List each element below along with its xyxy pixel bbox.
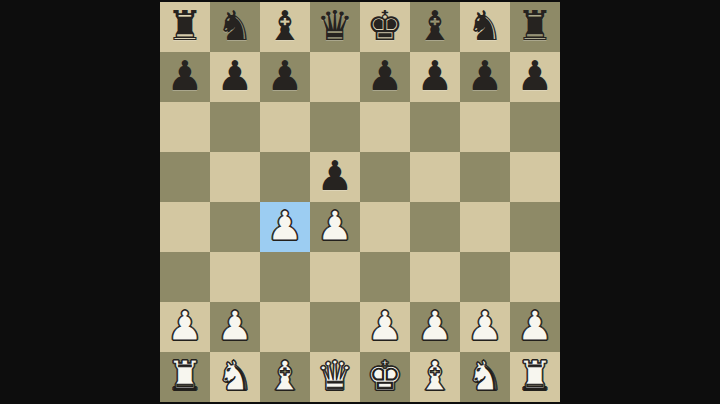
square-a4[interactable] [160, 202, 210, 252]
piece-white-pawn[interactable]: ♟ [217, 301, 254, 351]
page-background: ♜♞♝♛♚♝♞♜♟♟♟♟♟♟♟♟♟♟♟♟♟♟♟♟♜♞♝♛♚♝♞♜ [0, 0, 720, 404]
square-g8[interactable]: ♞ [460, 2, 510, 52]
square-d7[interactable] [310, 52, 360, 102]
square-e4[interactable] [360, 202, 410, 252]
square-c6[interactable] [260, 102, 310, 152]
square-c3[interactable] [260, 252, 310, 302]
piece-white-pawn[interactable]: ♟ [167, 301, 204, 351]
piece-black-bishop[interactable]: ♝ [417, 1, 454, 51]
piece-black-knight[interactable]: ♞ [467, 1, 504, 51]
piece-white-bishop[interactable]: ♝ [267, 351, 304, 401]
square-b6[interactable] [210, 102, 260, 152]
square-d8[interactable]: ♛ [310, 2, 360, 52]
piece-black-pawn[interactable]: ♟ [317, 151, 354, 201]
square-f4[interactable] [410, 202, 460, 252]
piece-white-bishop[interactable]: ♝ [417, 351, 454, 401]
piece-white-pawn[interactable]: ♟ [367, 301, 404, 351]
square-f2[interactable]: ♟ [410, 302, 460, 352]
piece-white-pawn[interactable]: ♟ [467, 301, 504, 351]
square-f7[interactable]: ♟ [410, 52, 460, 102]
square-d5[interactable]: ♟ [310, 152, 360, 202]
piece-white-pawn[interactable]: ♟ [517, 301, 554, 351]
square-g6[interactable] [460, 102, 510, 152]
square-c1[interactable]: ♝ [260, 352, 310, 402]
square-h3[interactable] [510, 252, 560, 302]
square-h6[interactable] [510, 102, 560, 152]
square-a2[interactable]: ♟ [160, 302, 210, 352]
piece-black-pawn[interactable]: ♟ [267, 51, 304, 101]
square-e6[interactable] [360, 102, 410, 152]
chess-board: ♜♞♝♛♚♝♞♜♟♟♟♟♟♟♟♟♟♟♟♟♟♟♟♟♜♞♝♛♚♝♞♜ [160, 2, 560, 402]
square-e8[interactable]: ♚ [360, 2, 410, 52]
square-b3[interactable] [210, 252, 260, 302]
square-d4[interactable]: ♟ [310, 202, 360, 252]
square-b1[interactable]: ♞ [210, 352, 260, 402]
square-d1[interactable]: ♛ [310, 352, 360, 402]
square-b7[interactable]: ♟ [210, 52, 260, 102]
piece-white-pawn[interactable]: ♟ [317, 201, 354, 251]
square-c4[interactable]: ♟ [260, 202, 310, 252]
square-c8[interactable]: ♝ [260, 2, 310, 52]
square-a5[interactable] [160, 152, 210, 202]
square-f6[interactable] [410, 102, 460, 152]
square-a3[interactable] [160, 252, 210, 302]
square-a8[interactable]: ♜ [160, 2, 210, 52]
square-h8[interactable]: ♜ [510, 2, 560, 52]
square-d3[interactable] [310, 252, 360, 302]
square-g4[interactable] [460, 202, 510, 252]
square-d6[interactable] [310, 102, 360, 152]
piece-black-pawn[interactable]: ♟ [367, 51, 404, 101]
piece-black-pawn[interactable]: ♟ [217, 51, 254, 101]
piece-white-knight[interactable]: ♞ [467, 351, 504, 401]
square-h4[interactable] [510, 202, 560, 252]
piece-black-pawn[interactable]: ♟ [517, 51, 554, 101]
piece-black-pawn[interactable]: ♟ [167, 51, 204, 101]
square-f3[interactable] [410, 252, 460, 302]
square-a7[interactable]: ♟ [160, 52, 210, 102]
square-e1[interactable]: ♚ [360, 352, 410, 402]
piece-black-knight[interactable]: ♞ [217, 1, 254, 51]
piece-black-bishop[interactable]: ♝ [267, 1, 304, 51]
piece-white-pawn[interactable]: ♟ [417, 301, 454, 351]
square-a1[interactable]: ♜ [160, 352, 210, 402]
square-g5[interactable] [460, 152, 510, 202]
square-g2[interactable]: ♟ [460, 302, 510, 352]
piece-white-rook[interactable]: ♜ [517, 351, 554, 401]
square-e3[interactable] [360, 252, 410, 302]
square-e5[interactable] [360, 152, 410, 202]
square-f8[interactable]: ♝ [410, 2, 460, 52]
piece-white-rook[interactable]: ♜ [167, 351, 204, 401]
square-b5[interactable] [210, 152, 260, 202]
piece-black-queen[interactable]: ♛ [317, 1, 354, 51]
piece-white-pawn[interactable]: ♟ [267, 201, 304, 251]
square-b4[interactable] [210, 202, 260, 252]
square-h2[interactable]: ♟ [510, 302, 560, 352]
piece-black-rook[interactable]: ♜ [167, 1, 204, 51]
piece-black-pawn[interactable]: ♟ [417, 51, 454, 101]
square-g7[interactable]: ♟ [460, 52, 510, 102]
piece-black-pawn[interactable]: ♟ [467, 51, 504, 101]
square-g3[interactable] [460, 252, 510, 302]
square-c2[interactable] [260, 302, 310, 352]
square-h5[interactable] [510, 152, 560, 202]
piece-white-knight[interactable]: ♞ [217, 351, 254, 401]
square-c5[interactable] [260, 152, 310, 202]
square-f5[interactable] [410, 152, 460, 202]
piece-black-rook[interactable]: ♜ [517, 1, 554, 51]
square-g1[interactable]: ♞ [460, 352, 510, 402]
square-a6[interactable] [160, 102, 210, 152]
square-h1[interactable]: ♜ [510, 352, 560, 402]
square-e7[interactable]: ♟ [360, 52, 410, 102]
square-f1[interactable]: ♝ [410, 352, 460, 402]
square-b8[interactable]: ♞ [210, 2, 260, 52]
piece-white-king[interactable]: ♚ [367, 351, 404, 401]
square-h7[interactable]: ♟ [510, 52, 560, 102]
square-e2[interactable]: ♟ [360, 302, 410, 352]
square-d2[interactable] [310, 302, 360, 352]
piece-white-queen[interactable]: ♛ [317, 351, 354, 401]
piece-black-king[interactable]: ♚ [367, 1, 404, 51]
square-b2[interactable]: ♟ [210, 302, 260, 352]
square-c7[interactable]: ♟ [260, 52, 310, 102]
